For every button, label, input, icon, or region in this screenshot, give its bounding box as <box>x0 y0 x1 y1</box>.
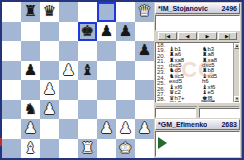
square-d6[interactable] <box>59 41 78 61</box>
square-a7[interactable] <box>2 22 21 42</box>
square-g4[interactable] <box>116 80 135 100</box>
square-c2[interactable] <box>40 119 59 139</box>
move-last-button[interactable]: ▶| <box>218 32 237 40</box>
scroll-up-icon[interactable]: ▲ <box>234 43 240 49</box>
left-border-marker <box>0 138 2 146</box>
square-d4[interactable] <box>59 80 78 100</box>
square-g1[interactable]: ♚ <box>116 139 135 159</box>
black-bishop-e5: ♝ <box>81 61 94 80</box>
square-g2[interactable]: ♟ <box>116 119 135 139</box>
white-king-g1: ♚ <box>119 139 132 158</box>
white-clock-box <box>155 108 196 118</box>
white-bishop-b1: ♝ <box>24 139 37 158</box>
square-b3[interactable]: ♞ <box>21 100 40 120</box>
square-a6[interactable] <box>2 41 21 61</box>
square-h6[interactable]: ♟ <box>135 41 154 61</box>
figurine-icon: ♛ <box>169 99 174 103</box>
top-player-name: *IM_Stojanovic <box>158 5 208 12</box>
square-c5[interactable] <box>40 61 59 81</box>
square-d7[interactable] <box>59 22 78 42</box>
square-g7[interactable]: ♟ <box>116 22 135 42</box>
side-panel: *IM_Stojanovic 2496 |◀ ◀ ▶ ▶| 18.♝b1♞b31… <box>154 2 242 158</box>
info-pane <box>155 15 240 31</box>
square-h1[interactable] <box>135 139 154 159</box>
square-h7[interactable] <box>135 22 154 42</box>
square-b1[interactable]: ♝ <box>21 139 40 159</box>
square-c3[interactable]: ♟ <box>40 100 59 120</box>
square-d5[interactable]: ♟ <box>59 61 78 81</box>
black-king-e7: ♚ <box>81 22 94 41</box>
square-f4[interactable] <box>97 80 116 100</box>
white-move-cell[interactable]: ♛h8+ <box>168 100 186 103</box>
square-d1[interactable] <box>59 139 78 159</box>
square-h8[interactable]: ♛ <box>135 2 154 22</box>
move-list-pane: 18.♝b1♞b319.♜a6♜a820.♜xa8♜xa821.dxc5dxc5… <box>155 42 240 103</box>
play-triangle-icon <box>158 137 167 149</box>
white-pawn-c4: ♟ <box>43 80 56 99</box>
square-h2[interactable]: ♟ <box>135 119 154 139</box>
square-e4[interactable] <box>78 80 97 100</box>
bottom-player-rating: 2683 <box>221 121 237 128</box>
black-move-cell[interactable]: ♚e7 <box>201 100 215 103</box>
square-d2[interactable] <box>59 119 78 139</box>
square-e2[interactable] <box>78 119 97 139</box>
move-number: 28. <box>157 97 168 102</box>
white-rook-e1: ♜ <box>81 139 94 158</box>
square-g6[interactable] <box>116 41 135 61</box>
square-f2[interactable]: ♟ <box>97 119 116 139</box>
square-e3[interactable] <box>78 100 97 120</box>
clock-labels <box>155 104 240 107</box>
square-b6[interactable] <box>21 41 40 61</box>
square-f7[interactable]: ♟ <box>97 22 116 42</box>
square-f6[interactable] <box>97 41 116 61</box>
square-a4[interactable] <box>2 80 21 100</box>
black-pawn-f7: ♟ <box>100 22 113 41</box>
black-clock-box <box>199 108 240 118</box>
square-f8[interactable] <box>97 2 116 22</box>
square-f5[interactable] <box>97 61 116 81</box>
square-g5[interactable] <box>116 61 135 81</box>
black-pawn-g7: ♟ <box>119 22 132 41</box>
bottom-player-name: *GM_Efimenko <box>158 121 207 128</box>
square-g3[interactable] <box>116 100 135 120</box>
move-list[interactable]: 18.♝b1♞b319.♜a6♜a820.♜xa8♜xa821.dxc5dxc5… <box>157 43 233 102</box>
black-rook-b8: ♜ <box>24 2 37 21</box>
square-d3[interactable] <box>59 100 78 120</box>
square-e5[interactable]: ♝ <box>78 61 97 81</box>
square-b2[interactable]: ♟ <box>21 119 40 139</box>
square-a3[interactable] <box>2 100 21 120</box>
white-pawn-c3: ♟ <box>43 100 56 119</box>
black-pawn-b5: ♟ <box>24 61 37 80</box>
square-c7[interactable] <box>40 22 59 42</box>
square-a8[interactable] <box>2 2 21 22</box>
console-pane <box>155 131 240 157</box>
square-g8[interactable] <box>116 2 135 22</box>
clock-row <box>155 108 240 118</box>
black-pawn-h6: ♟ <box>138 41 151 60</box>
figurine-icon: ♚ <box>202 99 207 103</box>
white-pawn-b2: ♟ <box>24 119 37 138</box>
square-a5[interactable] <box>2 61 21 81</box>
square-c4[interactable]: ♟ <box>40 80 59 100</box>
square-c1[interactable] <box>40 139 59 159</box>
square-d8[interactable] <box>59 2 78 22</box>
square-c8[interactable]: ♛ <box>40 2 59 22</box>
white-pawn-g2: ♟ <box>119 119 132 138</box>
scroll-down-icon[interactable]: ▼ <box>234 96 240 102</box>
chess-board: ♜♛♛♚♟♟♟♟♟♝♟♞♟♟♟♟♟♝♜♚ <box>2 2 154 158</box>
square-h4[interactable] <box>135 80 154 100</box>
square-b4[interactable] <box>21 80 40 100</box>
square-a1[interactable] <box>2 139 21 159</box>
square-b8[interactable]: ♜ <box>21 2 40 22</box>
square-h3[interactable] <box>135 100 154 120</box>
black-queen-c8: ♛ <box>43 2 56 21</box>
vcr-toolbar: |◀ ◀ ▶ ▶| <box>155 32 240 41</box>
square-f1[interactable] <box>97 139 116 159</box>
square-c6[interactable] <box>40 41 59 61</box>
move-forward-button[interactable]: ▶ <box>198 32 217 40</box>
move-first-button[interactable]: |◀ <box>158 32 177 40</box>
square-e8[interactable] <box>78 2 97 22</box>
square-h5[interactable] <box>135 61 154 81</box>
square-b5[interactable]: ♟ <box>21 61 40 81</box>
white-pawn-h2: ♟ <box>138 119 151 138</box>
square-f3[interactable] <box>97 100 116 120</box>
square-e1[interactable]: ♜ <box>78 139 97 159</box>
black-knight-b3: ♞ <box>24 100 37 119</box>
square-e6[interactable] <box>78 41 97 61</box>
square-a2[interactable] <box>2 119 21 139</box>
top-player-bar: *IM_Stojanovic 2496 <box>155 3 240 14</box>
square-e7[interactable]: ♚ <box>78 22 97 42</box>
move-back-button[interactable]: ◀ <box>178 32 197 40</box>
square-b7[interactable] <box>21 22 40 42</box>
white-queen-h8: ♛ <box>138 2 151 21</box>
move-row-28: 28.♛h8+♚e7 <box>157 97 233 102</box>
top-player-rating: 2496 <box>221 5 237 12</box>
white-pawn-d5: ♟ <box>62 61 75 80</box>
bottom-player-bar: *GM_Efimenko 2683 <box>155 119 240 130</box>
white-pawn-f2: ♟ <box>100 119 113 138</box>
chess-app-window: ♜♛♛♚♟♟♟♟♟♝♟♞♟♟♟♟♟♝♜♚ *IM_Stojanovic 2496… <box>0 0 244 160</box>
move-list-scrollbar[interactable]: ▲ ▼ <box>233 43 239 102</box>
